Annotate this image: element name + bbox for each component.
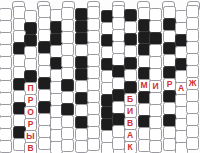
grid-cell[interactable]: [186, 5, 199, 18]
black-cell: [61, 103, 74, 116]
grid-cell[interactable]: [149, 44, 162, 57]
letter-cell[interactable]: В: [24, 142, 37, 153]
letter-cell[interactable]: Ы: [24, 130, 37, 143]
grid-cell[interactable]: [186, 41, 199, 54]
grid-cell[interactable]: [186, 113, 199, 126]
grid-cell[interactable]: [24, 46, 37, 59]
grid-cell[interactable]: [149, 92, 162, 105]
grid-cell[interactable]: [186, 89, 199, 102]
grid-cell[interactable]: [61, 115, 74, 128]
black-cell: [124, 9, 137, 22]
grid-cell[interactable]: [61, 139, 74, 152]
black-cell: [24, 34, 37, 47]
grid-cell[interactable]: [0, 80, 12, 93]
grid-cell[interactable]: [61, 91, 74, 104]
grid-cell[interactable]: [186, 17, 199, 30]
grid-cell[interactable]: [0, 32, 12, 45]
black-cell: [124, 81, 137, 94]
grid-cell[interactable]: [0, 104, 12, 117]
grid-cell[interactable]: [124, 21, 137, 34]
black-cell: [149, 32, 162, 45]
grid-cell[interactable]: [0, 116, 12, 129]
grid-cell[interactable]: [0, 128, 12, 141]
letter-cell[interactable]: Р: [24, 94, 37, 107]
grid-cell[interactable]: [87, 6, 100, 19]
letter-cell[interactable]: И: [149, 80, 162, 93]
grid-cell[interactable]: [87, 66, 100, 79]
grid-cell[interactable]: [87, 126, 100, 139]
grid-cell[interactable]: [0, 92, 12, 105]
letter-cell[interactable]: Р: [24, 118, 37, 131]
grid-cell[interactable]: [186, 125, 199, 138]
grid-cell[interactable]: [0, 140, 12, 153]
grid-cell[interactable]: [87, 138, 100, 151]
grid-cell[interactable]: [149, 20, 162, 33]
black-cell: [124, 57, 137, 70]
grid-cell[interactable]: [149, 8, 162, 21]
grid-cell[interactable]: [87, 54, 100, 67]
grid-cell[interactable]: [61, 19, 74, 32]
letter-cell[interactable]: П: [24, 82, 37, 95]
grid-cell[interactable]: [186, 101, 199, 114]
black-cell: [124, 33, 137, 46]
letter-cell[interactable]: В: [124, 117, 137, 130]
grid-cell[interactable]: [61, 127, 74, 140]
grid-cell[interactable]: [87, 42, 100, 55]
crossword-grid: ПМИРАЖРБОИРВЫАВК: [0, 0, 200, 153]
black-cell: [61, 79, 74, 92]
letter-cell[interactable]: А: [124, 129, 137, 142]
grid-cell[interactable]: [87, 90, 100, 103]
grid-cell[interactable]: [186, 137, 199, 150]
grid-cell[interactable]: [149, 116, 162, 129]
grid-cell[interactable]: [0, 8, 12, 21]
grid-cell[interactable]: [124, 45, 137, 58]
grid-cell[interactable]: [0, 20, 12, 33]
grid-cell[interactable]: [186, 29, 199, 42]
grid-cell[interactable]: [149, 140, 162, 153]
letter-cell[interactable]: О: [24, 106, 37, 119]
letter-cell[interactable]: Ж: [186, 77, 199, 90]
grid-cell[interactable]: [124, 69, 137, 82]
grid-cell[interactable]: [186, 53, 199, 66]
grid-cell[interactable]: [0, 44, 12, 57]
grid-cell[interactable]: [24, 58, 37, 71]
grid-cell[interactable]: [87, 30, 100, 43]
grid-cell[interactable]: [87, 18, 100, 31]
black-cell: [24, 70, 37, 83]
grid-cell[interactable]: [61, 31, 74, 44]
grid-cell[interactable]: [61, 43, 74, 56]
grid-cell[interactable]: [61, 67, 74, 80]
grid-cell[interactable]: [87, 102, 100, 115]
grid-cell[interactable]: [0, 56, 12, 69]
grid-cell[interactable]: [61, 55, 74, 68]
grid-cell[interactable]: [149, 68, 162, 81]
grid-cell[interactable]: [61, 7, 74, 20]
black-cell: [24, 22, 37, 35]
letter-cell[interactable]: И: [124, 105, 137, 118]
letter-cell[interactable]: Б: [124, 93, 137, 106]
grid-cell[interactable]: [149, 104, 162, 117]
grid-cell[interactable]: [87, 114, 100, 127]
grid-cell[interactable]: [149, 128, 162, 141]
grid-cell[interactable]: [0, 68, 12, 81]
grid-cell[interactable]: [87, 78, 100, 91]
grid-cell[interactable]: [186, 65, 199, 78]
grid-cell[interactable]: [24, 10, 37, 23]
grid-cell[interactable]: [149, 56, 162, 69]
letter-cell[interactable]: К: [124, 141, 137, 153]
